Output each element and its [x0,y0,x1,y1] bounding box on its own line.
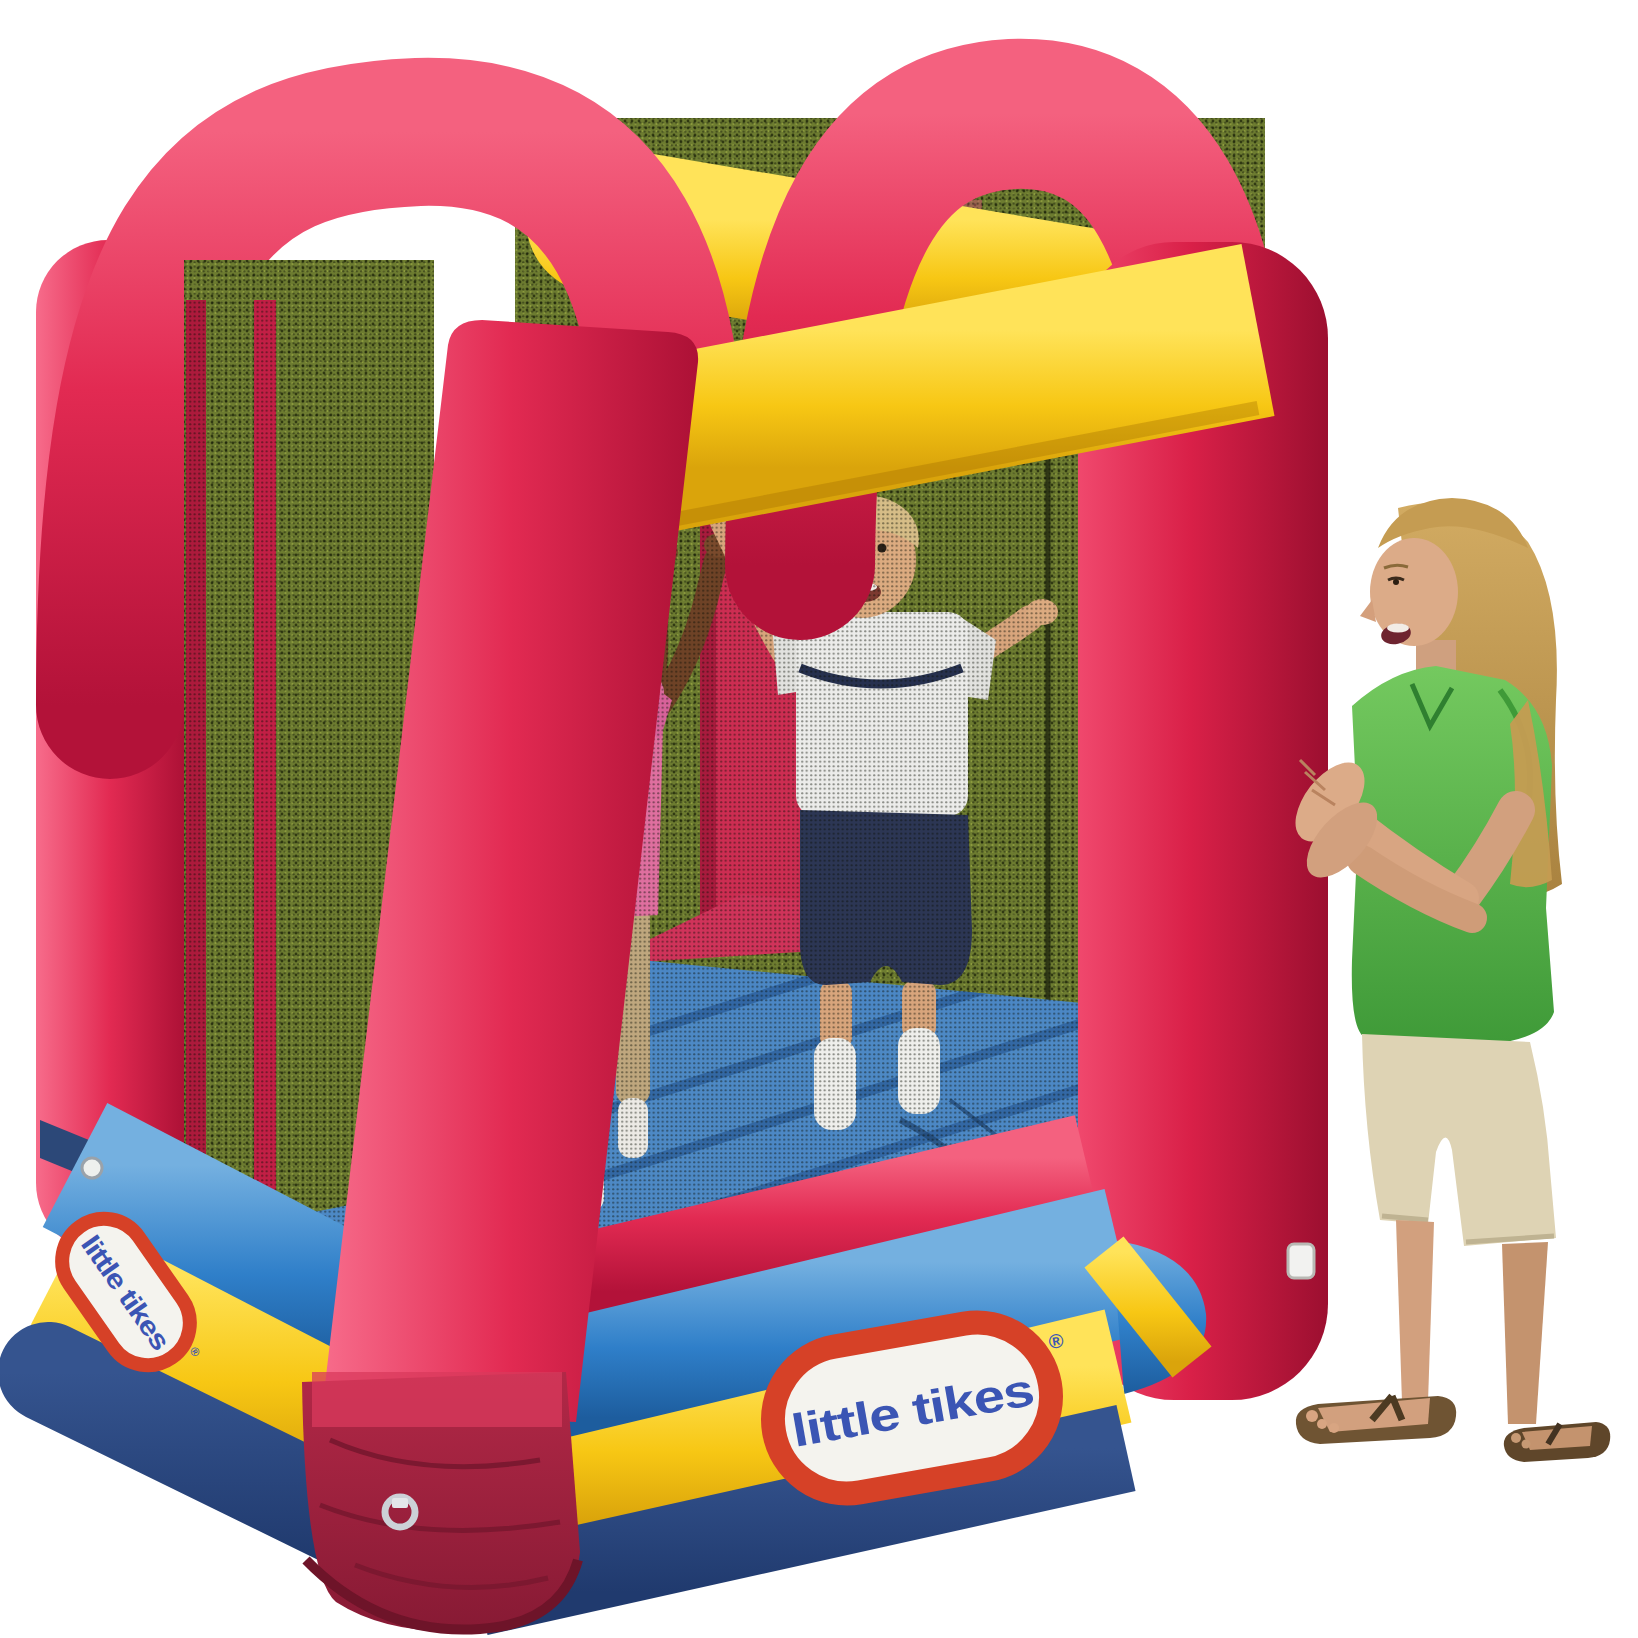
woman-leg [1396,1220,1434,1402]
air-valve-left [82,1158,102,1178]
woman-capris [1362,1034,1556,1246]
d-ring-mount [392,1498,408,1508]
air-valve-right [1288,1244,1314,1278]
woman-face [1370,538,1458,646]
woman-eye [1393,579,1399,585]
product-photo: little tikes ® little tikes ® [0,0,1638,1638]
woman-flip-flop-front [1296,1396,1456,1444]
bounce-house-photo: little tikes ® little tikes ® [0,0,1638,1638]
woman-clapping [1282,498,1610,1462]
woman-leg [1502,1242,1548,1424]
woman-flip-flop-back [1504,1422,1610,1462]
column-base-wrap [302,1372,580,1631]
